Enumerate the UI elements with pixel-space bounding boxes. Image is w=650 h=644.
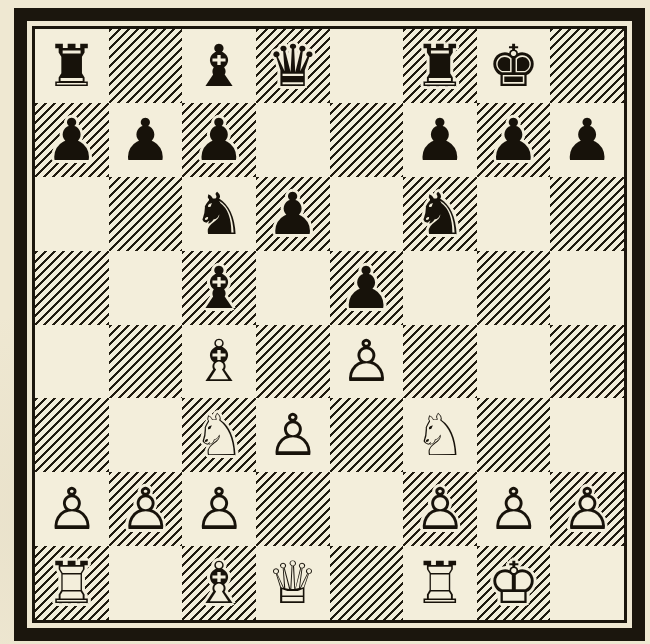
- piece-glyph: ♙: [561, 480, 613, 538]
- piece-glyph: ♟: [414, 111, 466, 169]
- square-g2: ♟♙: [477, 472, 551, 546]
- square-g1: ♚♔: [477, 546, 551, 620]
- square-a6: [35, 177, 109, 251]
- square-b5: [109, 251, 183, 325]
- piece-white-pawn: ♟♙: [477, 472, 551, 546]
- piece-glyph: ♙: [340, 332, 392, 390]
- piece-glyph: ♗: [193, 554, 245, 612]
- square-f3: ♞♘: [403, 398, 477, 472]
- square-a3: [35, 398, 109, 472]
- square-d8: ♛♛: [256, 29, 330, 103]
- square-h5: [550, 251, 624, 325]
- piece-white-bishop: ♝♗: [182, 325, 256, 399]
- square-c6: ♞♞: [182, 177, 256, 251]
- piece-white-knight: ♞♘: [403, 398, 477, 472]
- square-d1: ♛♕: [256, 546, 330, 620]
- square-h4: [550, 325, 624, 399]
- piece-black-pawn: ♟♟: [330, 251, 404, 325]
- square-e1: [330, 546, 404, 620]
- piece-white-knight: ♞♘: [182, 398, 256, 472]
- piece-white-rook: ♜♖: [35, 546, 109, 620]
- piece-glyph: ♟: [46, 111, 98, 169]
- square-f2: ♟♙: [403, 472, 477, 546]
- piece-glyph: ♝: [193, 37, 245, 95]
- square-g3: [477, 398, 551, 472]
- square-d3: ♟♙: [256, 398, 330, 472]
- piece-white-rook: ♜♖: [403, 546, 477, 620]
- square-h6: [550, 177, 624, 251]
- piece-black-pawn: ♟♟: [35, 103, 109, 177]
- piece-glyph: ♝: [193, 259, 245, 317]
- piece-white-bishop: ♝♗: [182, 546, 256, 620]
- square-h7: ♟♟: [550, 103, 624, 177]
- square-f5: [403, 251, 477, 325]
- square-a5: [35, 251, 109, 325]
- piece-white-pawn: ♟♙: [256, 398, 330, 472]
- diagram-inner-border: ♜♜♝♝♛♛♜♜♚♚♟♟♟♟♟♟♟♟♟♟♟♟♞♞♟♟♞♞♝♝♟♟♝♗♟♙♞♘♟♙…: [32, 26, 627, 623]
- piece-glyph: ♞: [414, 185, 466, 243]
- piece-white-pawn: ♟♙: [35, 472, 109, 546]
- piece-black-rook: ♜♜: [35, 29, 109, 103]
- square-d4: [256, 325, 330, 399]
- piece-glyph: ♟: [340, 259, 392, 317]
- square-f7: ♟♟: [403, 103, 477, 177]
- square-f1: ♜♖: [403, 546, 477, 620]
- square-e5: ♟♟: [330, 251, 404, 325]
- piece-black-pawn: ♟♟: [403, 103, 477, 177]
- piece-black-queen: ♛♛: [256, 29, 330, 103]
- square-b4: [109, 325, 183, 399]
- piece-black-knight: ♞♞: [182, 177, 256, 251]
- piece-glyph: ♞: [193, 185, 245, 243]
- square-g7: ♟♟: [477, 103, 551, 177]
- piece-glyph: ♟: [561, 111, 613, 169]
- piece-black-rook: ♜♜: [403, 29, 477, 103]
- piece-glyph: ♟: [488, 111, 540, 169]
- square-h3: [550, 398, 624, 472]
- square-e6: [330, 177, 404, 251]
- square-d5: [256, 251, 330, 325]
- piece-glyph: ♖: [414, 554, 466, 612]
- piece-white-pawn: ♟♙: [550, 472, 624, 546]
- square-e3: [330, 398, 404, 472]
- square-e2: [330, 472, 404, 546]
- piece-glyph: ♜: [46, 37, 98, 95]
- piece-glyph: ♜: [414, 37, 466, 95]
- square-b8: [109, 29, 183, 103]
- piece-glyph: ♙: [267, 406, 319, 464]
- piece-glyph: ♟: [267, 185, 319, 243]
- square-f6: ♞♞: [403, 177, 477, 251]
- board: ♜♜♝♝♛♛♜♜♚♚♟♟♟♟♟♟♟♟♟♟♟♟♞♞♟♟♞♞♝♝♟♟♝♗♟♙♞♘♟♙…: [35, 29, 624, 620]
- piece-black-pawn: ♟♟: [109, 103, 183, 177]
- square-c5: ♝♝: [182, 251, 256, 325]
- piece-white-pawn: ♟♙: [330, 325, 404, 399]
- piece-glyph: ♙: [414, 480, 466, 538]
- square-e4: ♟♙: [330, 325, 404, 399]
- piece-black-pawn: ♟♟: [256, 177, 330, 251]
- square-a8: ♜♜: [35, 29, 109, 103]
- piece-black-bishop: ♝♝: [182, 251, 256, 325]
- square-d7: [256, 103, 330, 177]
- square-h8: [550, 29, 624, 103]
- square-d6: ♟♟: [256, 177, 330, 251]
- piece-glyph: ♕: [267, 554, 319, 612]
- square-e7: [330, 103, 404, 177]
- square-f4: [403, 325, 477, 399]
- square-b2: ♟♙: [109, 472, 183, 546]
- piece-glyph: ♘: [414, 406, 466, 464]
- piece-black-knight: ♞♞: [403, 177, 477, 251]
- square-h2: ♟♙: [550, 472, 624, 546]
- piece-glyph: ♙: [488, 480, 540, 538]
- piece-glyph: ♙: [119, 480, 171, 538]
- square-a1: ♜♖: [35, 546, 109, 620]
- piece-white-king: ♚♔: [477, 546, 551, 620]
- square-f8: ♜♜: [403, 29, 477, 103]
- square-c4: ♝♗: [182, 325, 256, 399]
- piece-black-pawn: ♟♟: [550, 103, 624, 177]
- piece-black-king: ♚♚: [477, 29, 551, 103]
- piece-glyph: ♖: [46, 554, 98, 612]
- square-b6: [109, 177, 183, 251]
- square-d2: [256, 472, 330, 546]
- square-c1: ♝♗: [182, 546, 256, 620]
- square-g6: [477, 177, 551, 251]
- piece-black-pawn: ♟♟: [182, 103, 256, 177]
- piece-white-queen: ♛♕: [256, 546, 330, 620]
- piece-glyph: ♟: [119, 111, 171, 169]
- piece-black-bishop: ♝♝: [182, 29, 256, 103]
- square-g8: ♚♚: [477, 29, 551, 103]
- square-e8: [330, 29, 404, 103]
- piece-glyph: ♛: [267, 37, 319, 95]
- piece-glyph: ♘: [193, 406, 245, 464]
- piece-glyph: ♗: [193, 332, 245, 390]
- piece-white-pawn: ♟♙: [403, 472, 477, 546]
- piece-glyph: ♔: [488, 554, 540, 612]
- square-b7: ♟♟: [109, 103, 183, 177]
- square-c2: ♟♙: [182, 472, 256, 546]
- piece-glyph: ♙: [193, 480, 245, 538]
- square-a2: ♟♙: [35, 472, 109, 546]
- piece-white-pawn: ♟♙: [109, 472, 183, 546]
- piece-black-pawn: ♟♟: [477, 103, 551, 177]
- square-c3: ♞♘: [182, 398, 256, 472]
- square-c7: ♟♟: [182, 103, 256, 177]
- piece-white-pawn: ♟♙: [182, 472, 256, 546]
- square-a7: ♟♟: [35, 103, 109, 177]
- square-h1: [550, 546, 624, 620]
- square-b1: [109, 546, 183, 620]
- piece-glyph: ♟: [193, 111, 245, 169]
- square-b3: [109, 398, 183, 472]
- diagram-outer-frame: ♜♜♝♝♛♛♜♜♚♚♟♟♟♟♟♟♟♟♟♟♟♟♞♞♟♟♞♞♝♝♟♟♝♗♟♙♞♘♟♙…: [14, 8, 645, 641]
- piece-glyph: ♙: [46, 480, 98, 538]
- square-g4: [477, 325, 551, 399]
- square-a4: [35, 325, 109, 399]
- square-c8: ♝♝: [182, 29, 256, 103]
- square-g5: [477, 251, 551, 325]
- piece-glyph: ♚: [488, 37, 540, 95]
